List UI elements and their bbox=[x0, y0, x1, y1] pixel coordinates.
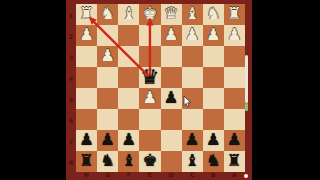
rank-label-1: 1 bbox=[66, 12, 76, 19]
piece-white-bishop-c1[interactable]: ♝ bbox=[185, 6, 200, 23]
scrollbar-green-marker bbox=[245, 103, 248, 111]
square-g4[interactable] bbox=[97, 67, 118, 88]
piece-white-knight-b1[interactable]: ♞ bbox=[206, 6, 221, 23]
square-g2[interactable] bbox=[97, 25, 118, 46]
board-frame: 12345678 ♜♞♝♚♛♝♞♜♟♟♟♟♟♟♛♟♟♟♟♟♟♟♟♜♞♝♚♝♞♜ … bbox=[66, 0, 252, 180]
piece-white-pawn-e5[interactable]: ♟ bbox=[143, 90, 158, 107]
square-a5[interactable] bbox=[224, 88, 245, 109]
piece-black-rook-h8[interactable]: ♜ bbox=[79, 153, 94, 170]
rank-label-8: 8 bbox=[66, 159, 76, 166]
piece-black-pawn-b7[interactable]: ♟ bbox=[206, 132, 221, 149]
file-label-F: F bbox=[118, 171, 139, 178]
square-d5[interactable]: ♟ bbox=[161, 88, 182, 109]
square-b7[interactable]: ♟ bbox=[203, 130, 224, 151]
square-e2[interactable] bbox=[139, 25, 160, 46]
square-a1[interactable]: ♜ bbox=[224, 4, 245, 25]
square-g1[interactable]: ♞ bbox=[97, 4, 118, 25]
piece-black-knight-g8[interactable]: ♞ bbox=[100, 153, 115, 170]
square-b4[interactable] bbox=[203, 67, 224, 88]
square-e7[interactable] bbox=[139, 130, 160, 151]
piece-white-pawn-a2[interactable]: ♟ bbox=[227, 27, 242, 44]
file-label-B: B bbox=[203, 171, 224, 178]
piece-white-bishop-f1[interactable]: ♝ bbox=[121, 6, 136, 23]
scrollbar-thumb[interactable] bbox=[245, 55, 248, 103]
square-c8[interactable]: ♝ bbox=[182, 151, 203, 172]
corner-dot bbox=[244, 174, 248, 178]
file-label-D: D bbox=[161, 171, 182, 178]
square-d3[interactable] bbox=[161, 46, 182, 67]
square-e5[interactable]: ♟ bbox=[139, 88, 160, 109]
square-b2[interactable]: ♟ bbox=[203, 25, 224, 46]
mouse-cursor-icon bbox=[183, 96, 192, 108]
square-f8[interactable]: ♝ bbox=[118, 151, 139, 172]
square-e8[interactable]: ♚ bbox=[139, 151, 160, 172]
piece-white-knight-g1[interactable]: ♞ bbox=[100, 6, 115, 23]
square-a8[interactable]: ♜ bbox=[224, 151, 245, 172]
square-d4[interactable] bbox=[161, 67, 182, 88]
square-c4[interactable] bbox=[182, 67, 203, 88]
file-labels: HGFEDCBA bbox=[76, 171, 245, 180]
square-d7[interactable] bbox=[161, 130, 182, 151]
square-g6[interactable] bbox=[97, 109, 118, 130]
piece-black-pawn-g7[interactable]: ♟ bbox=[100, 132, 115, 149]
square-h8[interactable]: ♜ bbox=[76, 151, 97, 172]
rank-label-7: 7 bbox=[66, 138, 76, 145]
rank-label-6: 6 bbox=[66, 117, 76, 124]
piece-white-king-e1[interactable]: ♚ bbox=[143, 6, 158, 23]
square-b3[interactable] bbox=[203, 46, 224, 67]
square-h4[interactable] bbox=[76, 67, 97, 88]
square-h2[interactable]: ♟ bbox=[76, 25, 97, 46]
piece-black-pawn-f7[interactable]: ♟ bbox=[121, 132, 136, 149]
piece-white-queen-d1[interactable]: ♛ bbox=[164, 6, 179, 23]
piece-white-pawn-b2[interactable]: ♟ bbox=[206, 27, 221, 44]
square-c7[interactable]: ♟ bbox=[182, 130, 203, 151]
square-c2[interactable]: ♟ bbox=[182, 25, 203, 46]
piece-black-king-e8[interactable]: ♚ bbox=[143, 153, 158, 170]
square-e6[interactable] bbox=[139, 109, 160, 130]
square-c1[interactable]: ♝ bbox=[182, 4, 203, 25]
rank-label-4: 4 bbox=[66, 75, 76, 82]
square-f3[interactable] bbox=[118, 46, 139, 67]
rank-label-5: 5 bbox=[66, 96, 76, 103]
piece-black-bishop-c8[interactable]: ♝ bbox=[185, 153, 200, 170]
square-g3[interactable]: ♟ bbox=[97, 46, 118, 67]
file-label-G: G bbox=[97, 171, 118, 178]
piece-white-rook-a1[interactable]: ♜ bbox=[227, 6, 242, 23]
square-f1[interactable]: ♝ bbox=[118, 4, 139, 25]
piece-black-pawn-h7[interactable]: ♟ bbox=[79, 132, 94, 149]
square-f6[interactable] bbox=[118, 109, 139, 130]
square-b6[interactable] bbox=[203, 109, 224, 130]
square-a6[interactable] bbox=[224, 109, 245, 130]
square-g7[interactable]: ♟ bbox=[97, 130, 118, 151]
piece-white-pawn-c2[interactable]: ♟ bbox=[185, 27, 200, 44]
square-b1[interactable]: ♞ bbox=[203, 4, 224, 25]
rank-label-2: 2 bbox=[66, 33, 76, 40]
square-d2[interactable]: ♟ bbox=[161, 25, 182, 46]
rank-labels: 12345678 bbox=[66, 4, 76, 172]
square-h7[interactable]: ♟ bbox=[76, 130, 97, 151]
piece-black-pawn-a7[interactable]: ♟ bbox=[227, 132, 242, 149]
piece-black-bishop-f8[interactable]: ♝ bbox=[121, 153, 136, 170]
square-d8[interactable] bbox=[161, 151, 182, 172]
piece-black-queen-e4[interactable]: ♛ bbox=[141, 67, 160, 88]
piece-black-rook-a8[interactable]: ♜ bbox=[227, 153, 242, 170]
square-d6[interactable] bbox=[161, 109, 182, 130]
square-f5[interactable] bbox=[118, 88, 139, 109]
square-a4[interactable] bbox=[224, 67, 245, 88]
square-g8[interactable]: ♞ bbox=[97, 151, 118, 172]
file-label-E: E bbox=[139, 171, 160, 178]
square-a7[interactable]: ♟ bbox=[224, 130, 245, 151]
file-label-C: C bbox=[182, 171, 203, 178]
square-h3[interactable] bbox=[76, 46, 97, 67]
piece-black-knight-b8[interactable]: ♞ bbox=[206, 153, 221, 170]
square-a2[interactable]: ♟ bbox=[224, 25, 245, 46]
square-c3[interactable] bbox=[182, 46, 203, 67]
square-f4[interactable] bbox=[118, 67, 139, 88]
chess-board[interactable]: ♜♞♝♚♛♝♞♜♟♟♟♟♟♟♛♟♟♟♟♟♟♟♟♜♞♝♚♝♞♜ bbox=[76, 4, 245, 172]
square-c6[interactable] bbox=[182, 109, 203, 130]
square-e4[interactable]: ♛ bbox=[139, 67, 160, 88]
piece-black-pawn-c7[interactable]: ♟ bbox=[185, 132, 200, 149]
square-e1[interactable]: ♚ bbox=[139, 4, 160, 25]
square-h1[interactable]: ♜ bbox=[76, 4, 97, 25]
piece-black-pawn-d5[interactable]: ♟ bbox=[164, 90, 179, 107]
square-h5[interactable] bbox=[76, 88, 97, 109]
square-f7[interactable]: ♟ bbox=[118, 130, 139, 151]
piece-white-pawn-h2[interactable]: ♟ bbox=[79, 27, 94, 44]
scrollbar[interactable] bbox=[245, 55, 248, 112]
piece-white-pawn-d2[interactable]: ♟ bbox=[164, 27, 179, 44]
square-h6[interactable] bbox=[76, 109, 97, 130]
square-b8[interactable]: ♞ bbox=[203, 151, 224, 172]
square-f2[interactable] bbox=[118, 25, 139, 46]
square-g5[interactable] bbox=[97, 88, 118, 109]
file-label-A: A bbox=[224, 171, 245, 178]
piece-white-rook-h1[interactable]: ♜ bbox=[79, 6, 94, 23]
rank-label-3: 3 bbox=[66, 54, 76, 61]
square-a3[interactable] bbox=[224, 46, 245, 67]
piece-white-pawn-g3[interactable]: ♟ bbox=[100, 48, 115, 65]
file-label-H: H bbox=[76, 171, 97, 178]
square-d1[interactable]: ♛ bbox=[161, 4, 182, 25]
square-b5[interactable] bbox=[203, 88, 224, 109]
